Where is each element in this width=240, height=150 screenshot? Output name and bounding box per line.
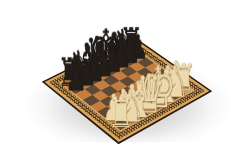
product-photo: ♜♞♝♛♚♝♞♜♟♟♟♟♟♟♟♟♟♟♟♟♟♟♟♟♜♞♝♛♚♝♞♜: [0, 0, 240, 150]
